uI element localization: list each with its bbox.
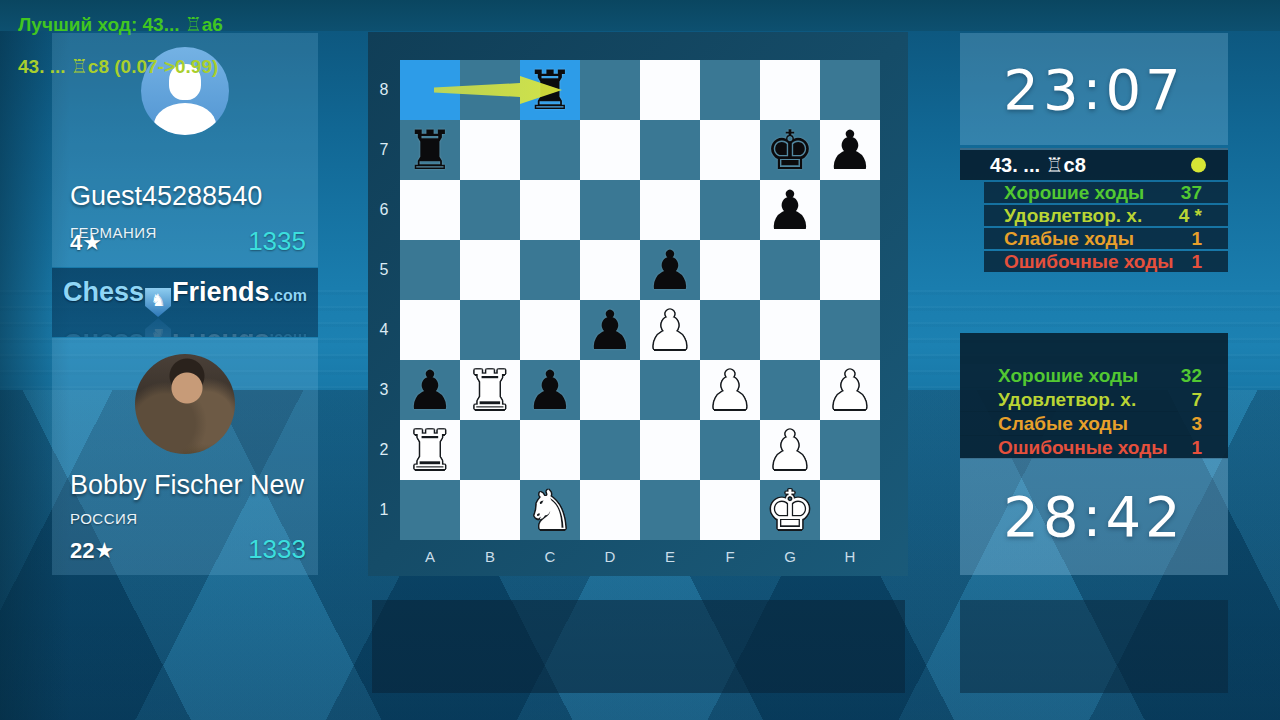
square-g1[interactable]: ♚ xyxy=(760,480,820,540)
square-g8[interactable] xyxy=(760,60,820,120)
square-b7[interactable] xyxy=(460,120,520,180)
square-h1[interactable] xyxy=(820,480,880,540)
clock-panel-bottom: 28:42 xyxy=(960,458,1228,575)
stat-weak-moves: Слабые ходы1 xyxy=(984,228,1228,249)
black-pawn[interactable]: ♟ xyxy=(760,180,820,240)
stat-satisfactory-moves: Удовлетвор. х.7 xyxy=(960,388,1228,411)
square-e5[interactable]: ♟ xyxy=(640,240,700,300)
square-h3[interactable]: ♟ xyxy=(820,360,880,420)
rank-label-3: 3 xyxy=(368,360,400,420)
square-c7[interactable] xyxy=(520,120,580,180)
chess-board: 87654321 ABCDEFGH ♜♜♚♟♟♟♟♟♟♜♟♟♟♜♟♞♚ xyxy=(368,32,908,576)
square-b3[interactable]: ♜ xyxy=(460,360,520,420)
square-c5[interactable] xyxy=(520,240,580,300)
square-b8[interactable] xyxy=(460,60,520,120)
square-b4[interactable] xyxy=(460,300,520,360)
square-f8[interactable] xyxy=(700,60,760,120)
bottom-right-panel xyxy=(960,600,1228,693)
square-h7[interactable]: ♟ xyxy=(820,120,880,180)
file-label-g: G xyxy=(760,540,820,576)
rank-label-7: 7 xyxy=(368,120,400,180)
square-g5[interactable] xyxy=(760,240,820,300)
square-d4[interactable]: ♟ xyxy=(580,300,640,360)
square-f2[interactable] xyxy=(700,420,760,480)
square-a3[interactable]: ♟ xyxy=(400,360,460,420)
square-f6[interactable] xyxy=(700,180,760,240)
brand-logo-reflection: Chess♞Friends.com xyxy=(52,318,318,337)
white-rook[interactable]: ♜ xyxy=(460,360,520,420)
stat-mistake-moves: Ошибочные ходы1 xyxy=(984,251,1228,272)
square-d8[interactable] xyxy=(580,60,640,120)
square-h5[interactable] xyxy=(820,240,880,300)
rank-label-6: 6 xyxy=(368,180,400,240)
stat-satisfactory-moves: Удовлетвор. х.4 * xyxy=(984,205,1228,226)
black-pawn[interactable]: ♟ xyxy=(820,120,880,180)
rank-label-4: 4 xyxy=(368,300,400,360)
player-country-bottom: РОССИЯ xyxy=(70,510,138,527)
square-b6[interactable] xyxy=(460,180,520,240)
shield-knight-icon: ♞ xyxy=(145,288,171,317)
square-e2[interactable] xyxy=(640,420,700,480)
white-rook[interactable]: ♜ xyxy=(400,420,460,480)
square-h4[interactable] xyxy=(820,300,880,360)
file-label-b: B xyxy=(460,540,520,576)
square-h2[interactable] xyxy=(820,420,880,480)
clock-panel-top: 23:07 xyxy=(960,33,1228,145)
stat-mistake-moves: Ошибочные ходы1 xyxy=(960,436,1228,459)
square-b5[interactable] xyxy=(460,240,520,300)
square-g2[interactable]: ♟ xyxy=(760,420,820,480)
square-f3[interactable]: ♟ xyxy=(700,360,760,420)
file-labels: ABCDEFGH xyxy=(400,540,880,576)
square-c6[interactable] xyxy=(520,180,580,240)
played-move-line: 43. ... ♖c8 (0.07->0.99) xyxy=(18,55,218,78)
rank-label-5: 5 xyxy=(368,240,400,300)
rank-label-8: 8 xyxy=(368,60,400,120)
current-move-strip: 43. ... ♖c8 xyxy=(960,148,1228,180)
white-knight[interactable]: ♞ xyxy=(520,480,580,540)
square-e3[interactable] xyxy=(640,360,700,420)
square-f7[interactable] xyxy=(700,120,760,180)
board-grid: ♜♜♚♟♟♟♟♟♟♜♟♟♟♜♟♞♚ xyxy=(400,60,880,540)
square-e1[interactable] xyxy=(640,480,700,540)
white-pawn[interactable]: ♟ xyxy=(700,360,760,420)
square-c2[interactable] xyxy=(520,420,580,480)
square-a6[interactable] xyxy=(400,180,460,240)
square-d6[interactable] xyxy=(580,180,640,240)
white-king[interactable]: ♚ xyxy=(760,480,820,540)
white-pawn[interactable]: ♟ xyxy=(820,360,880,420)
clock-bottom-time: 28:42 xyxy=(1003,484,1184,549)
square-g3[interactable] xyxy=(760,360,820,420)
file-label-e: E xyxy=(640,540,700,576)
square-f1[interactable] xyxy=(700,480,760,540)
avatar-silhouette-body xyxy=(154,103,216,135)
square-f5[interactable] xyxy=(700,240,760,300)
square-d7[interactable] xyxy=(580,120,640,180)
player-stars-bottom: 22★ xyxy=(70,538,114,564)
stat-good-moves: Хорошие ходы37 xyxy=(984,182,1228,203)
move-status-dot xyxy=(1191,158,1206,173)
square-g6[interactable]: ♟ xyxy=(760,180,820,240)
player-stars-top: 4★ xyxy=(70,230,102,256)
square-e6[interactable] xyxy=(640,180,700,240)
square-e4[interactable]: ♟ xyxy=(640,300,700,360)
rank-label-2: 2 xyxy=(368,420,400,480)
player-rating-top: 1335 xyxy=(248,226,306,257)
black-king[interactable]: ♚ xyxy=(760,120,820,180)
square-g7[interactable]: ♚ xyxy=(760,120,820,180)
file-label-h: H xyxy=(820,540,880,576)
player-rating-bottom: 1333 xyxy=(248,534,306,565)
bottom-center-panel xyxy=(372,600,905,693)
square-c8[interactable]: ♜ xyxy=(520,60,580,120)
square-a5[interactable] xyxy=(400,240,460,300)
black-rook[interactable]: ♜ xyxy=(520,60,580,120)
file-label-a: A xyxy=(400,540,460,576)
square-h6[interactable] xyxy=(820,180,880,240)
rank-label-1: 1 xyxy=(368,480,400,540)
square-e8[interactable] xyxy=(640,60,700,120)
white-pawn[interactable]: ♟ xyxy=(760,420,820,480)
square-d5[interactable] xyxy=(580,240,640,300)
player-name-bottom: Bobby Fischer New xyxy=(70,470,304,501)
rank-labels: 87654321 xyxy=(368,60,400,540)
black-pawn[interactable]: ♟ xyxy=(640,240,700,300)
square-d1[interactable] xyxy=(580,480,640,540)
file-label-f: F xyxy=(700,540,760,576)
file-label-d: D xyxy=(580,540,640,576)
stat-weak-moves: Слабые ходы3 xyxy=(960,412,1228,435)
black-pawn[interactable]: ♟ xyxy=(400,360,460,420)
square-d3[interactable] xyxy=(580,360,640,420)
square-b1[interactable] xyxy=(460,480,520,540)
square-a8[interactable] xyxy=(400,60,460,120)
black-rook[interactable]: ♜ xyxy=(400,120,460,180)
square-g4[interactable] xyxy=(760,300,820,360)
square-c3[interactable]: ♟ xyxy=(520,360,580,420)
square-c4[interactable] xyxy=(520,300,580,360)
square-f4[interactable] xyxy=(700,300,760,360)
square-a2[interactable]: ♜ xyxy=(400,420,460,480)
file-label-c: C xyxy=(520,540,580,576)
square-a4[interactable] xyxy=(400,300,460,360)
square-a1[interactable] xyxy=(400,480,460,540)
square-b2[interactable] xyxy=(460,420,520,480)
square-d2[interactable] xyxy=(580,420,640,480)
clock-top-time: 23:07 xyxy=(1003,57,1184,122)
square-a7[interactable]: ♜ xyxy=(400,120,460,180)
square-e7[interactable] xyxy=(640,120,700,180)
stats-block-bottom: Хорошие ходы32 Удовлетвор. х.7 Слабые хо… xyxy=(960,333,1228,458)
player-name-top: Guest45288540 xyxy=(70,181,262,212)
black-pawn[interactable]: ♟ xyxy=(580,300,640,360)
brand-logo-strip: Chess♞Friends.com Chess♞Friends.com xyxy=(52,268,318,337)
brand-logo[interactable]: Chess♞Friends.com xyxy=(52,277,318,317)
current-move-label: 43. ... ♖c8 xyxy=(990,153,1086,177)
black-pawn[interactable]: ♟ xyxy=(520,360,580,420)
square-c1[interactable]: ♞ xyxy=(520,480,580,540)
square-h8[interactable] xyxy=(820,60,880,120)
best-move-line: Лучший ход: 43... ♖a6 xyxy=(18,13,223,36)
avatar-bottom[interactable] xyxy=(135,354,235,454)
white-pawn[interactable]: ♟ xyxy=(640,300,700,360)
player-card-bottom: Bobby Fischer New РОССИЯ 22★ 1333 xyxy=(52,338,318,575)
stats-block-top: Хорошие ходы37 Удовлетвор. х.4 * Слабые … xyxy=(960,182,1228,272)
stat-good-moves: Хорошие ходы32 xyxy=(960,364,1228,387)
